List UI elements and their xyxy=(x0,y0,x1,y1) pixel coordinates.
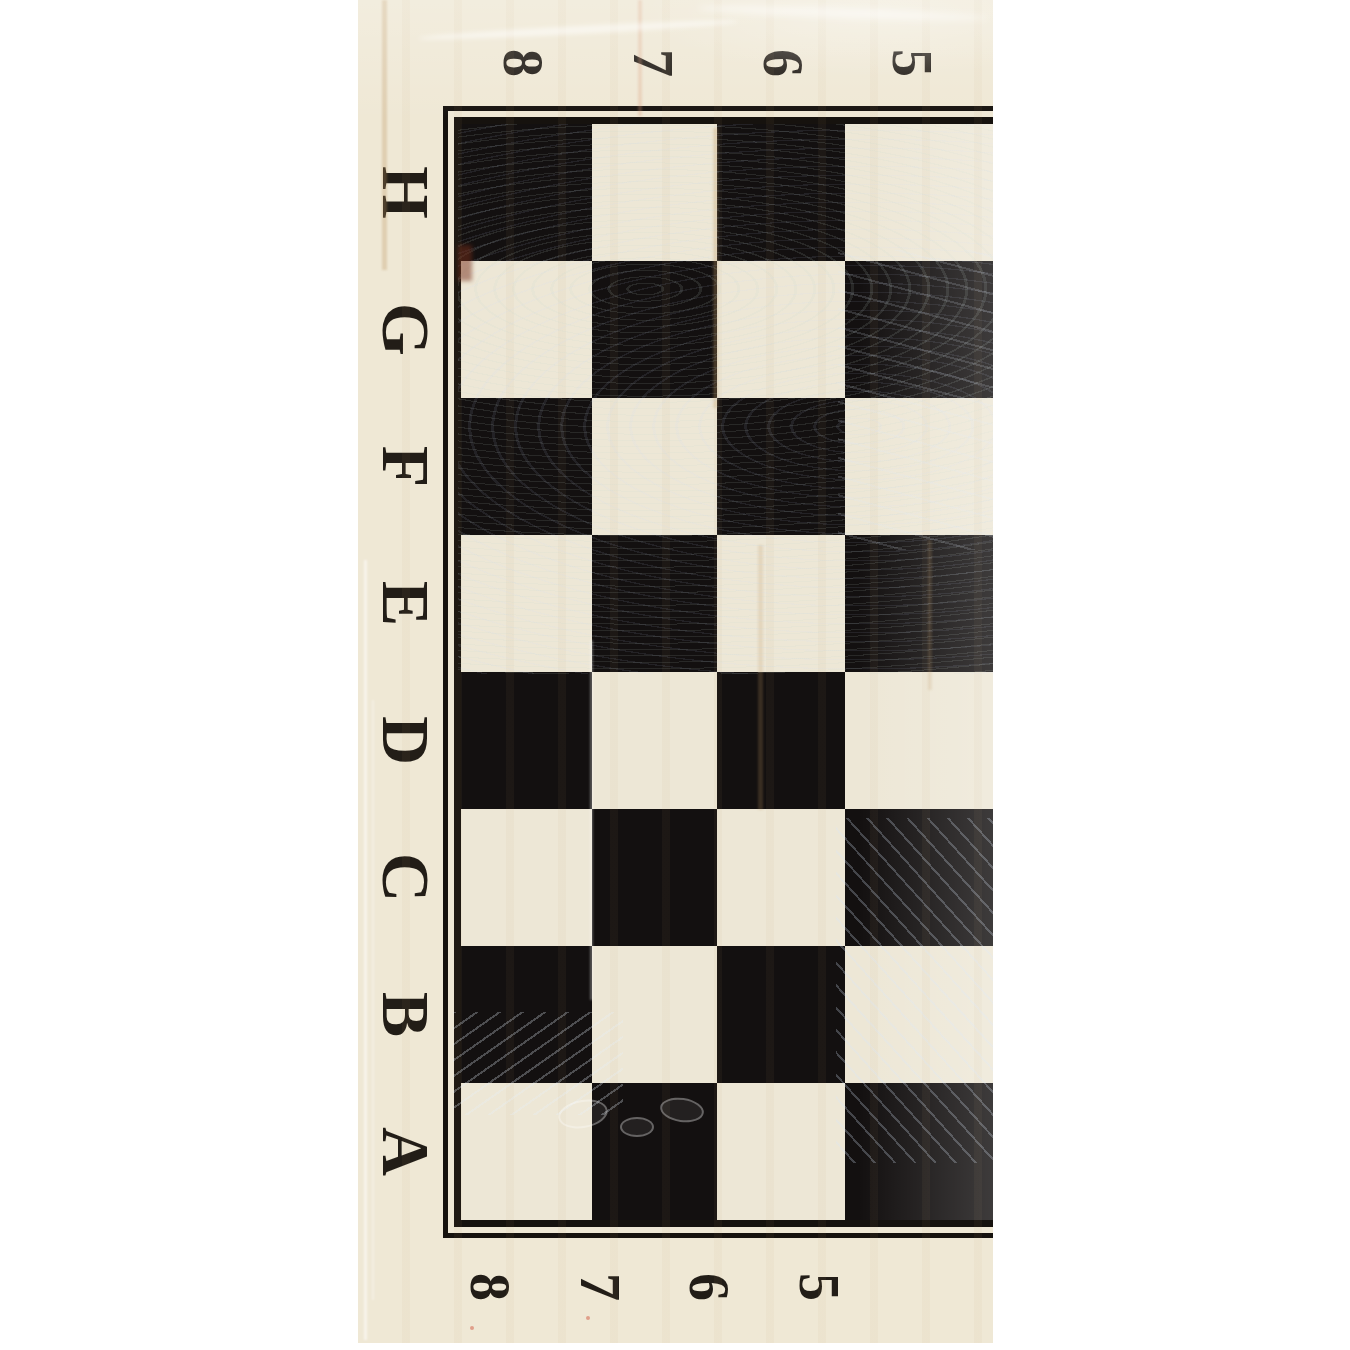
rank-label-5-top: 5 xyxy=(875,0,949,128)
rank-labels-bottom: 8 7 6 5 xyxy=(435,1251,873,1323)
file-label-D: D xyxy=(358,713,474,769)
rank-label-7-bottom: 7 xyxy=(563,1232,635,1342)
file-label-E: E xyxy=(358,576,474,632)
file-label-C: C xyxy=(358,850,474,906)
file-label-F: F xyxy=(358,439,474,495)
file-label-B: B xyxy=(358,987,474,1043)
rank-label-8-top: 8 xyxy=(486,0,560,128)
file-labels-left: H G F E D C B A xyxy=(377,124,433,1220)
rank-label-6-top: 6 xyxy=(745,0,819,128)
rank-labels-top: 8 7 6 5 xyxy=(458,26,977,100)
screenshot-canvas: H G F E D C B A 8 7 6 5 8 7 6 5 xyxy=(0,0,1350,1350)
wood-speck xyxy=(586,1316,590,1320)
board-inner-border xyxy=(454,117,993,1227)
rank-label-5-bottom: 5 xyxy=(782,1232,854,1342)
file-label-A: A xyxy=(358,1124,474,1180)
chessboard-photo: H G F E D C B A 8 7 6 5 8 7 6 5 xyxy=(358,0,993,1343)
rank-label-8-bottom: 8 xyxy=(454,1232,526,1342)
rank-label-7-top: 7 xyxy=(616,0,690,128)
plastic-wrap-highlight xyxy=(364,560,367,1340)
rank-label-6-bottom: 6 xyxy=(673,1232,745,1342)
wood-speck xyxy=(470,1326,474,1330)
file-label-H: H xyxy=(358,165,474,221)
file-label-G: G xyxy=(358,302,474,358)
